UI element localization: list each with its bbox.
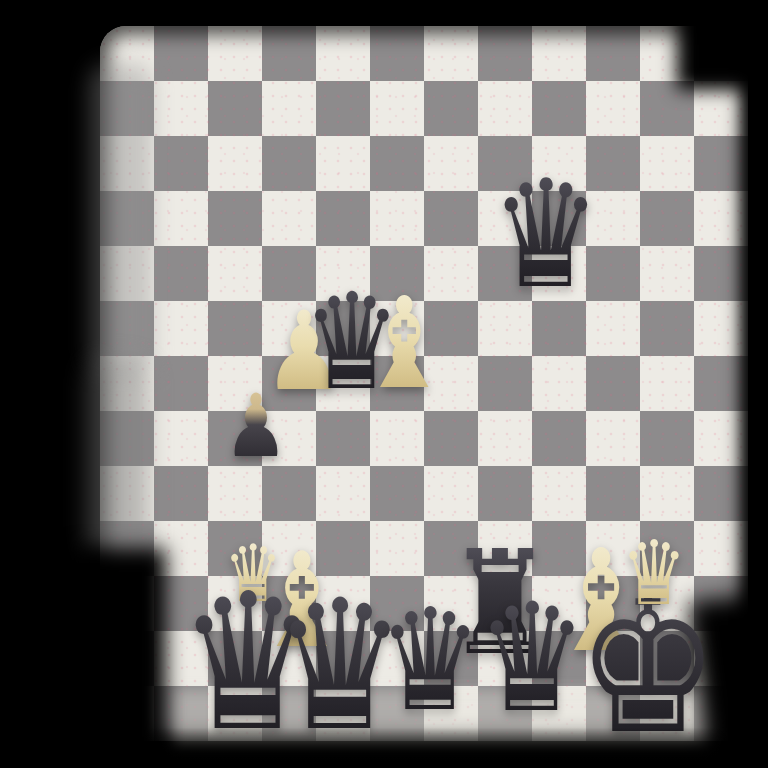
pieces-layer: ♛♟♛♝♟♛♝♜♝♛♛♛♛♚♛ <box>0 0 768 768</box>
piece-black-pawn[interactable]: ♟ <box>224 383 288 470</box>
piece-black-queen[interactable]: ♛ <box>491 160 601 309</box>
piece-white-queen[interactable]: ♛ <box>621 529 686 618</box>
piece-black-queen[interactable]: ♛ <box>378 590 482 731</box>
piece-white-bishop[interactable]: ♝ <box>358 281 451 407</box>
chessboard-scene: ♛♟♛♝♟♛♝♜♝♛♛♛♛♚♛ <box>0 0 768 768</box>
piece-black-queen[interactable]: ♛ <box>477 583 587 733</box>
